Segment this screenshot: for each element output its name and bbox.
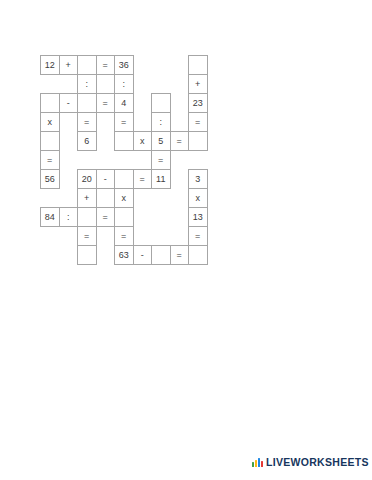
puzzle-cell-r4c3: = [77,112,97,132]
puzzle-cell-r10c3: = [77,226,97,246]
puzzle-cell-r4c9: = [188,112,208,132]
puzzle-cell-r2c9: + [188,74,208,94]
puzzle-cell-r7c3: 20 [77,169,97,189]
puzzle-cell-r2c4 [96,74,116,94]
puzzle-cell-r9c4: = [96,207,116,227]
puzzle-cell-r3c2: - [59,93,79,113]
puzzle-cell-r7c9: 3 [188,169,208,189]
puzzle-cell-r7c4: - [96,169,116,189]
puzzle-cell-r11c8: = [170,245,190,265]
answer-input-cell-r5c9[interactable] [188,131,208,151]
puzzle-cell-r1c5: 36 [114,55,134,75]
puzzle-cell-r1c2: + [59,55,79,75]
puzzle-cell-r5c3: 6 [77,131,97,151]
logo-bar-3 [258,458,260,467]
puzzle-cell-r8c3: + [77,188,97,208]
puzzle-cell-r2c3: : [77,74,97,94]
puzzle-cell-r9c9: 13 [188,207,208,227]
answer-input-cell-r9c5[interactable] [114,207,134,227]
puzzle-cell-r8c9: x [188,188,208,208]
puzzle-cell-r4c1: x [40,112,60,132]
logo-bar-4 [261,461,263,467]
puzzle-cell-r5c6: x [133,131,153,151]
worksheet-page: 12+=36::+-=423x==:=6x5===5620-=113+xx84:… [0,0,372,480]
logo-bar-1 [252,462,254,467]
logo-bar-2 [255,460,257,467]
answer-input-cell-r3c7[interactable] [151,93,171,113]
puzzle-cell-r2c5: : [114,74,134,94]
liveworksheets-brand-text: LIVEWORKSHEETS [266,456,369,468]
puzzle-cell-r7c7: 11 [151,169,171,189]
liveworksheets-logo: LIVEWORKSHEETS [252,455,369,469]
answer-input-cell-r7c5[interactable] [114,169,134,189]
puzzle-cell-r3c4: = [96,93,116,113]
answer-input-cell-r3c1[interactable] [40,93,60,113]
answer-input-cell-r1c9[interactable] [188,55,208,75]
answer-input-cell-r11c3[interactable] [77,245,97,265]
puzzle-cell-r4c5: = [114,112,134,132]
puzzle-cell-r9c1: 84 [40,207,60,227]
answer-input-cell-r11c7[interactable] [151,245,171,265]
math-crossword-grid: 12+=36::+-=423x==:=6x5===5620-=113+xx84:… [0,0,372,300]
puzzle-cell-r5c7: 5 [151,131,171,151]
puzzle-cell-r4c7: : [151,112,171,132]
puzzle-cell-r10c5: = [114,226,134,246]
puzzle-cell-r5c8: = [170,131,190,151]
answer-input-cell-r3c3[interactable] [77,93,97,113]
puzzle-cell-r6c7: = [151,150,171,170]
puzzle-cell-r10c9: = [188,226,208,246]
puzzle-cell-r8c5: x [114,188,134,208]
answer-input-cell-r5c1[interactable] [40,131,60,151]
puzzle-cell-r11c5: 63 [114,245,134,265]
liveworksheets-bars-icon [252,458,263,467]
answer-input-cell-r1c3[interactable] [77,55,97,75]
puzzle-cell-r7c1: 56 [40,169,60,189]
puzzle-cell-r11c6: - [133,245,153,265]
answer-input-cell-r9c3[interactable] [77,207,97,227]
puzzle-cell-r1c1: 12 [40,55,60,75]
answer-input-cell-r5c5[interactable] [114,131,134,151]
puzzle-cell-r6c1: = [40,150,60,170]
puzzle-cell-r3c9: 23 [188,93,208,113]
answer-input-cell-r11c9[interactable] [188,245,208,265]
puzzle-cell-r9c2: : [59,207,79,227]
puzzle-cell-r1c4: = [96,55,116,75]
puzzle-cell-r3c5: 4 [114,93,134,113]
puzzle-cell-r7c6: = [133,169,153,189]
